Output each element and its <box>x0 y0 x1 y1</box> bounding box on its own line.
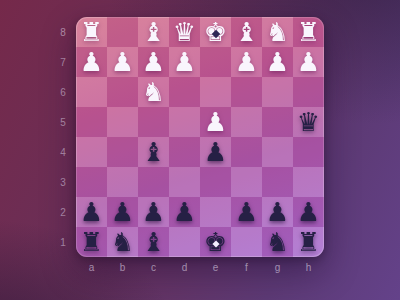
rank-label-1: 1 <box>55 227 71 257</box>
square-d1[interactable] <box>169 227 200 257</box>
white-king-piece[interactable]: ♚ <box>200 17 231 47</box>
rank-label-5: 5 <box>55 107 71 137</box>
square-b7[interactable]: ♟ <box>107 47 138 77</box>
black-pawn-piece[interactable]: ♟ <box>76 197 107 227</box>
white-pawn-piece[interactable]: ♟ <box>231 47 262 77</box>
white-pawn-piece[interactable]: ♟ <box>138 47 169 77</box>
square-c8[interactable]: ♝ <box>138 17 169 47</box>
white-rook-piece[interactable]: ♜ <box>293 17 324 47</box>
square-e3[interactable] <box>200 167 231 197</box>
file-label-g: g <box>262 257 293 277</box>
square-h1[interactable]: ♜ <box>293 227 324 257</box>
white-pawn-piece[interactable]: ♟ <box>76 47 107 77</box>
file-label-d: d <box>169 257 200 277</box>
square-c5[interactable] <box>138 107 169 137</box>
square-h2[interactable]: ♟ <box>293 197 324 227</box>
square-e2[interactable] <box>200 197 231 227</box>
square-c2[interactable]: ♟ <box>138 197 169 227</box>
white-pawn-piece[interactable]: ♟ <box>169 47 200 77</box>
file-label-a: a <box>76 257 107 277</box>
square-e6[interactable] <box>200 77 231 107</box>
square-c1[interactable]: ♝ <box>138 227 169 257</box>
black-bishop-piece[interactable]: ♝ <box>138 137 169 167</box>
square-g3[interactable] <box>262 167 293 197</box>
black-pawn-piece[interactable]: ♟ <box>138 197 169 227</box>
square-h8[interactable]: ♜ <box>293 17 324 47</box>
square-h6[interactable] <box>293 77 324 107</box>
black-pawn-piece[interactable]: ♟ <box>107 197 138 227</box>
square-e4[interactable]: ♟ <box>200 137 231 167</box>
rank-label-4: 4 <box>55 137 71 167</box>
square-d7[interactable]: ♟ <box>169 47 200 77</box>
rank-label-6: 6 <box>55 77 71 107</box>
square-h4[interactable] <box>293 137 324 167</box>
black-pawn-piece[interactable]: ♟ <box>169 197 200 227</box>
square-a3[interactable] <box>76 167 107 197</box>
square-g7[interactable]: ♟ <box>262 47 293 77</box>
square-a7[interactable]: ♟ <box>76 47 107 77</box>
square-d5[interactable] <box>169 107 200 137</box>
file-label-c: c <box>138 257 169 277</box>
square-g8[interactable]: ♞ <box>262 17 293 47</box>
square-c7[interactable]: ♟ <box>138 47 169 77</box>
rank-label-8: 8 <box>55 17 71 47</box>
square-g2[interactable]: ♟ <box>262 197 293 227</box>
square-d4[interactable] <box>169 137 200 167</box>
white-pawn-piece[interactable]: ♟ <box>107 47 138 77</box>
square-f5[interactable] <box>231 107 262 137</box>
square-b8[interactable] <box>107 17 138 47</box>
black-pawn-piece[interactable]: ♟ <box>293 197 324 227</box>
square-b6[interactable] <box>107 77 138 107</box>
square-f1[interactable] <box>231 227 262 257</box>
white-bishop-piece[interactable]: ♝ <box>231 17 262 47</box>
square-f4[interactable] <box>231 137 262 167</box>
king-jewel-icon <box>211 30 219 38</box>
square-f6[interactable] <box>231 77 262 107</box>
square-a6[interactable] <box>76 77 107 107</box>
white-queen-piece[interactable]: ♛ <box>169 17 200 47</box>
app-background: 87654321 ♜♝♛♚♝♞♜♟♟♟♟♟♟♟♞♟♛♝♟♟♟♟♟♟♟♟♜♞♝♚♞… <box>0 0 400 300</box>
square-b1[interactable]: ♞ <box>107 227 138 257</box>
rank-label-7: 7 <box>55 47 71 77</box>
black-rook-piece[interactable]: ♜ <box>76 227 107 257</box>
square-f7[interactable]: ♟ <box>231 47 262 77</box>
square-f8[interactable]: ♝ <box>231 17 262 47</box>
rank-labels: 87654321 <box>55 17 71 257</box>
square-e7[interactable] <box>200 47 231 77</box>
white-knight-piece[interactable]: ♞ <box>262 17 293 47</box>
white-knight-piece[interactable]: ♞ <box>138 77 169 107</box>
black-knight-piece[interactable]: ♞ <box>107 227 138 257</box>
file-labels: abcdefgh <box>76 257 324 277</box>
square-g1[interactable]: ♞ <box>262 227 293 257</box>
file-label-e: e <box>200 257 231 277</box>
square-e5[interactable]: ♟ <box>200 107 231 137</box>
square-g6[interactable] <box>262 77 293 107</box>
square-b5[interactable] <box>107 107 138 137</box>
square-d3[interactable] <box>169 167 200 197</box>
square-c4[interactable]: ♝ <box>138 137 169 167</box>
square-c6[interactable]: ♞ <box>138 77 169 107</box>
square-g5[interactable] <box>262 107 293 137</box>
square-a8[interactable]: ♜ <box>76 17 107 47</box>
square-g4[interactable] <box>262 137 293 167</box>
rank-label-3: 3 <box>55 167 71 197</box>
king-jewel-icon <box>212 241 219 248</box>
square-h7[interactable]: ♟ <box>293 47 324 77</box>
file-label-b: b <box>107 257 138 277</box>
square-d6[interactable] <box>169 77 200 107</box>
square-c3[interactable] <box>138 167 169 197</box>
square-b4[interactable] <box>107 137 138 167</box>
square-a5[interactable] <box>76 107 107 137</box>
square-a1[interactable]: ♜ <box>76 227 107 257</box>
white-pawn-piece[interactable]: ♟ <box>200 107 231 137</box>
black-king-piece[interactable]: ♚ <box>200 227 231 257</box>
black-pawn-piece[interactable]: ♟ <box>200 137 231 167</box>
square-b2[interactable]: ♟ <box>107 197 138 227</box>
black-rook-piece[interactable]: ♜ <box>293 227 324 257</box>
square-d8[interactable]: ♛ <box>169 17 200 47</box>
black-pawn-piece[interactable]: ♟ <box>231 197 262 227</box>
square-h3[interactable] <box>293 167 324 197</box>
square-e8[interactable]: ♚ <box>200 17 231 47</box>
black-pawn-piece[interactable]: ♟ <box>262 197 293 227</box>
black-queen-piece[interactable]: ♛ <box>293 107 324 137</box>
square-d2[interactable]: ♟ <box>169 197 200 227</box>
square-a4[interactable] <box>76 137 107 167</box>
square-a2[interactable]: ♟ <box>76 197 107 227</box>
white-bishop-piece[interactable]: ♝ <box>138 17 169 47</box>
square-e1[interactable]: ♚ <box>200 227 231 257</box>
board: ♜♝♛♚♝♞♜♟♟♟♟♟♟♟♞♟♛♝♟♟♟♟♟♟♟♟♜♞♝♚♞♜ <box>76 17 324 257</box>
square-b3[interactable] <box>107 167 138 197</box>
square-f2[interactable]: ♟ <box>231 197 262 227</box>
black-knight-piece[interactable]: ♞ <box>262 227 293 257</box>
rank-label-2: 2 <box>55 197 71 227</box>
white-pawn-piece[interactable]: ♟ <box>262 47 293 77</box>
white-pawn-piece[interactable]: ♟ <box>293 47 324 77</box>
file-label-h: h <box>293 257 324 277</box>
square-f3[interactable] <box>231 167 262 197</box>
square-h5[interactable]: ♛ <box>293 107 324 137</box>
file-label-f: f <box>231 257 262 277</box>
white-rook-piece[interactable]: ♜ <box>76 17 107 47</box>
black-bishop-piece[interactable]: ♝ <box>138 227 169 257</box>
